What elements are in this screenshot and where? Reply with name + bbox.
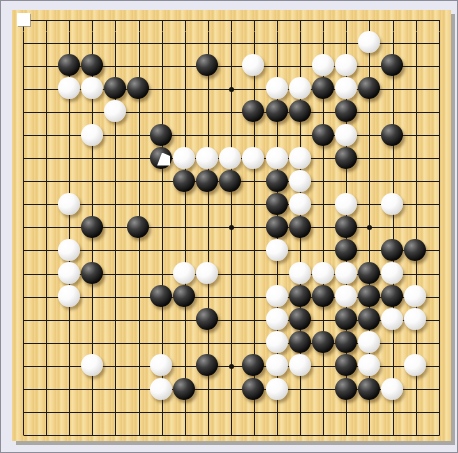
board-cell-D19[interactable]: [81, 10, 104, 32]
board-cell-H1[interactable]: [174, 424, 197, 441]
board-cell-H19[interactable]: [174, 10, 197, 32]
board-cell-Q6[interactable]: [358, 309, 381, 332]
board-cell-L12[interactable]: [243, 170, 266, 193]
board-cell-D4[interactable]: [81, 355, 104, 378]
board-cell-G8[interactable]: [151, 263, 174, 286]
board-cell-F4[interactable]: [127, 355, 150, 378]
board-cell-T5[interactable]: [428, 332, 451, 355]
board-cell-T4[interactable]: [428, 355, 451, 378]
board-cell-K6[interactable]: [220, 309, 243, 332]
board-cell-E1[interactable]: [104, 424, 127, 441]
board-cell-L7[interactable]: [243, 286, 266, 309]
board-cell-K13[interactable]: [220, 147, 243, 170]
board-cell-K7[interactable]: [220, 286, 243, 309]
board-cell-A4[interactable]: [12, 355, 35, 378]
board-cell-M14[interactable]: [266, 124, 289, 147]
board-cell-F3[interactable]: [127, 378, 150, 401]
board-cell-K2[interactable]: [220, 401, 243, 424]
board-cell-P9[interactable]: [335, 239, 358, 262]
board-cell-Q5[interactable]: [358, 332, 381, 355]
board-cell-G19[interactable]: [151, 10, 174, 32]
board-cell-S18[interactable]: [405, 32, 428, 55]
board-cell-P8[interactable]: [335, 263, 358, 286]
board-cell-N13[interactable]: [289, 147, 312, 170]
board-cell-D11[interactable]: [81, 193, 104, 216]
board-cell-F18[interactable]: [127, 32, 150, 55]
board-cell-S13[interactable]: [405, 147, 428, 170]
board-cell-P2[interactable]: [335, 401, 358, 424]
board-cell-C12[interactable]: [58, 170, 81, 193]
board-cell-L4[interactable]: [243, 355, 266, 378]
board-cell-F14[interactable]: [127, 124, 150, 147]
board-cell-K8[interactable]: [220, 263, 243, 286]
board-cell-K11[interactable]: [220, 193, 243, 216]
board-cell-Q14[interactable]: [358, 124, 381, 147]
board-cell-L8[interactable]: [243, 263, 266, 286]
board-cell-M4[interactable]: [266, 355, 289, 378]
board-cell-G7[interactable]: [151, 286, 174, 309]
board-cell-R9[interactable]: [382, 239, 405, 262]
board-cell-A13[interactable]: [12, 147, 35, 170]
board-cell-S12[interactable]: [405, 170, 428, 193]
board-cell-D3[interactable]: [81, 378, 104, 401]
board-cell-J3[interactable]: [197, 378, 220, 401]
board-cell-D13[interactable]: [81, 147, 104, 170]
board-cell-P10[interactable]: [335, 216, 358, 239]
board-cell-O10[interactable]: [312, 216, 335, 239]
board-cell-T17[interactable]: [428, 55, 451, 78]
board-cell-T16[interactable]: [428, 78, 451, 101]
board-cell-C4[interactable]: [58, 355, 81, 378]
board-cell-H18[interactable]: [174, 32, 197, 55]
board-cell-F9[interactable]: [127, 239, 150, 262]
board-cell-R13[interactable]: [382, 147, 405, 170]
board-cell-Q10[interactable]: [358, 216, 381, 239]
board-cell-G15[interactable]: [151, 101, 174, 124]
board-cell-G17[interactable]: [151, 55, 174, 78]
board-cell-K12[interactable]: [220, 170, 243, 193]
board-cell-E2[interactable]: [104, 401, 127, 424]
board-cell-M6[interactable]: [266, 309, 289, 332]
board-cell-R11[interactable]: [382, 193, 405, 216]
board-cell-L18[interactable]: [243, 32, 266, 55]
board-cell-P19[interactable]: [335, 10, 358, 32]
board-cell-R16[interactable]: [382, 78, 405, 101]
board-cell-S11[interactable]: [405, 193, 428, 216]
board-cell-H2[interactable]: [174, 401, 197, 424]
board-cell-E17[interactable]: [104, 55, 127, 78]
board-cell-Q7[interactable]: [358, 286, 381, 309]
board-cell-T9[interactable]: [428, 239, 451, 262]
board-cell-J13[interactable]: [197, 147, 220, 170]
board-cell-M3[interactable]: [266, 378, 289, 401]
board-cell-K17[interactable]: [220, 55, 243, 78]
board-cell-H7[interactable]: [174, 286, 197, 309]
board-cell-Q13[interactable]: [358, 147, 381, 170]
board-cell-T12[interactable]: [428, 170, 451, 193]
board-cell-R3[interactable]: [382, 378, 405, 401]
board-cell-N7[interactable]: [289, 286, 312, 309]
board-cell-D18[interactable]: [81, 32, 104, 55]
board-cell-E10[interactable]: [104, 216, 127, 239]
board-cell-C2[interactable]: [58, 401, 81, 424]
board-cell-D5[interactable]: [81, 332, 104, 355]
board-cell-A12[interactable]: [12, 170, 35, 193]
board-cell-S6[interactable]: [405, 309, 428, 332]
board-cell-A6[interactable]: [12, 309, 35, 332]
board-cell-J1[interactable]: [197, 424, 220, 441]
board-cell-N18[interactable]: [289, 32, 312, 55]
board-cell-O17[interactable]: [312, 55, 335, 78]
board-cell-D7[interactable]: [81, 286, 104, 309]
board-cell-O3[interactable]: [312, 378, 335, 401]
board-cell-O14[interactable]: [312, 124, 335, 147]
board-cell-E7[interactable]: [104, 286, 127, 309]
board-cell-C5[interactable]: [58, 332, 81, 355]
board-cell-Q4[interactable]: [358, 355, 381, 378]
board-cell-G10[interactable]: [151, 216, 174, 239]
board-cell-M1[interactable]: [266, 424, 289, 441]
board-cell-L1[interactable]: [243, 424, 266, 441]
board-cell-C14[interactable]: [58, 124, 81, 147]
board-cell-A19[interactable]: [12, 10, 35, 32]
board-cell-N9[interactable]: [289, 239, 312, 262]
board-cell-O5[interactable]: [312, 332, 335, 355]
board-cell-A2[interactable]: [12, 401, 35, 424]
board-cell-P17[interactable]: [335, 55, 358, 78]
board-cell-E4[interactable]: [104, 355, 127, 378]
board-cell-N19[interactable]: [289, 10, 312, 32]
board-cell-G5[interactable]: [151, 332, 174, 355]
board-cell-D12[interactable]: [81, 170, 104, 193]
board-cell-O16[interactable]: [312, 78, 335, 101]
board-cell-K15[interactable]: [220, 101, 243, 124]
board-cell-G3[interactable]: [151, 378, 174, 401]
board-cell-N5[interactable]: [289, 332, 312, 355]
board-cell-P14[interactable]: [335, 124, 358, 147]
board-cell-L9[interactable]: [243, 239, 266, 262]
board-cell-D16[interactable]: [81, 78, 104, 101]
board-cell-D8[interactable]: [81, 263, 104, 286]
board-cell-R18[interactable]: [382, 32, 405, 55]
board-cell-H16[interactable]: [174, 78, 197, 101]
board-cell-O8[interactable]: [312, 263, 335, 286]
board-cell-B12[interactable]: [35, 170, 58, 193]
board-cell-N8[interactable]: [289, 263, 312, 286]
board-cell-N1[interactable]: [289, 424, 312, 441]
board-cell-N15[interactable]: [289, 101, 312, 124]
board-cell-K18[interactable]: [220, 32, 243, 55]
board-cell-G12[interactable]: [151, 170, 174, 193]
board-cell-Q19[interactable]: [358, 10, 381, 32]
board-cell-J18[interactable]: [197, 32, 220, 55]
board-cell-K1[interactable]: [220, 424, 243, 441]
board-cell-J19[interactable]: [197, 10, 220, 32]
board-cell-O19[interactable]: [312, 10, 335, 32]
board-cell-H6[interactable]: [174, 309, 197, 332]
board-cell-C11[interactable]: [58, 193, 81, 216]
board-cell-B18[interactable]: [35, 32, 58, 55]
board-cell-O2[interactable]: [312, 401, 335, 424]
board-cell-D6[interactable]: [81, 309, 104, 332]
board-cell-N3[interactable]: [289, 378, 312, 401]
board-cell-J8[interactable]: [197, 263, 220, 286]
board-cell-R12[interactable]: [382, 170, 405, 193]
board-cell-A14[interactable]: [12, 124, 35, 147]
board-cell-T6[interactable]: [428, 309, 451, 332]
board-cell-K16[interactable]: [220, 78, 243, 101]
board-cell-M13[interactable]: [266, 147, 289, 170]
board-cell-J11[interactable]: [197, 193, 220, 216]
board-cell-S9[interactable]: [405, 239, 428, 262]
board-cell-Q11[interactable]: [358, 193, 381, 216]
board-cell-L6[interactable]: [243, 309, 266, 332]
board-cell-P15[interactable]: [335, 101, 358, 124]
board-cell-H17[interactable]: [174, 55, 197, 78]
board-cell-B13[interactable]: [35, 147, 58, 170]
board-cell-F13[interactable]: [127, 147, 150, 170]
board-cell-C19[interactable]: [58, 10, 81, 32]
board-cell-L3[interactable]: [243, 378, 266, 401]
board-cell-M7[interactable]: [266, 286, 289, 309]
board-cell-C6[interactable]: [58, 309, 81, 332]
board-cell-F16[interactable]: [127, 78, 150, 101]
board-cell-O9[interactable]: [312, 239, 335, 262]
board-cell-R15[interactable]: [382, 101, 405, 124]
board-cell-C13[interactable]: [58, 147, 81, 170]
board-cell-P6[interactable]: [335, 309, 358, 332]
board-cell-A16[interactable]: [12, 78, 35, 101]
board-cell-S4[interactable]: [405, 355, 428, 378]
board-cell-Q16[interactable]: [358, 78, 381, 101]
board-cell-C9[interactable]: [58, 239, 81, 262]
board-cell-E13[interactable]: [104, 147, 127, 170]
board-cell-S14[interactable]: [405, 124, 428, 147]
board-cell-K19[interactable]: [220, 10, 243, 32]
board-cell-J14[interactable]: [197, 124, 220, 147]
board-cell-G14[interactable]: [151, 124, 174, 147]
board-cell-Q3[interactable]: [358, 378, 381, 401]
board-cell-S1[interactable]: [405, 424, 428, 441]
board-cell-C18[interactable]: [58, 32, 81, 55]
board-cell-T3[interactable]: [428, 378, 451, 401]
board-cell-Q1[interactable]: [358, 424, 381, 441]
board-cell-M9[interactable]: [266, 239, 289, 262]
board-cell-B19[interactable]: [35, 10, 58, 32]
board-cell-F5[interactable]: [127, 332, 150, 355]
board-cell-N4[interactable]: [289, 355, 312, 378]
board-cell-O6[interactable]: [312, 309, 335, 332]
board-cell-P3[interactable]: [335, 378, 358, 401]
board-cell-F11[interactable]: [127, 193, 150, 216]
board-cell-O15[interactable]: [312, 101, 335, 124]
board-cell-B14[interactable]: [35, 124, 58, 147]
board-cell-C3[interactable]: [58, 378, 81, 401]
board-cell-N6[interactable]: [289, 309, 312, 332]
board-cell-H12[interactable]: [174, 170, 197, 193]
board-cell-Q17[interactable]: [358, 55, 381, 78]
board-cell-B5[interactable]: [35, 332, 58, 355]
board-cell-R8[interactable]: [382, 263, 405, 286]
board-cell-K9[interactable]: [220, 239, 243, 262]
board-cell-M10[interactable]: [266, 216, 289, 239]
board-cell-R5[interactable]: [382, 332, 405, 355]
board-cell-L13[interactable]: [243, 147, 266, 170]
board-cell-H9[interactable]: [174, 239, 197, 262]
board-cell-N12[interactable]: [289, 170, 312, 193]
board-cell-R2[interactable]: [382, 401, 405, 424]
board-cell-H13[interactable]: [174, 147, 197, 170]
board-cell-E9[interactable]: [104, 239, 127, 262]
board-cell-J4[interactable]: [197, 355, 220, 378]
board-cell-P13[interactable]: [335, 147, 358, 170]
board-cell-J17[interactable]: [197, 55, 220, 78]
board-cell-S19[interactable]: [405, 10, 428, 32]
board-cell-K4[interactable]: [220, 355, 243, 378]
board-cell-E5[interactable]: [104, 332, 127, 355]
board-cell-E6[interactable]: [104, 309, 127, 332]
board-cell-S3[interactable]: [405, 378, 428, 401]
board-cell-C10[interactable]: [58, 216, 81, 239]
board-cell-J7[interactable]: [197, 286, 220, 309]
board-cell-M17[interactable]: [266, 55, 289, 78]
board-cell-J5[interactable]: [197, 332, 220, 355]
board-cell-G11[interactable]: [151, 193, 174, 216]
board-cell-M18[interactable]: [266, 32, 289, 55]
board-cell-R6[interactable]: [382, 309, 405, 332]
board-cell-B17[interactable]: [35, 55, 58, 78]
board-cell-C1[interactable]: [58, 424, 81, 441]
board-cell-M8[interactable]: [266, 263, 289, 286]
board-cell-G16[interactable]: [151, 78, 174, 101]
board-cell-O7[interactable]: [312, 286, 335, 309]
board-cell-C8[interactable]: [58, 263, 81, 286]
board-cell-G2[interactable]: [151, 401, 174, 424]
board-cell-L10[interactable]: [243, 216, 266, 239]
board-cell-T2[interactable]: [428, 401, 451, 424]
board-cell-M5[interactable]: [266, 332, 289, 355]
board-cell-L14[interactable]: [243, 124, 266, 147]
board-cell-E18[interactable]: [104, 32, 127, 55]
board-cell-D1[interactable]: [81, 424, 104, 441]
board-cell-J16[interactable]: [197, 78, 220, 101]
board-cell-N17[interactable]: [289, 55, 312, 78]
board-cell-P5[interactable]: [335, 332, 358, 355]
board-cell-N11[interactable]: [289, 193, 312, 216]
board-cell-J10[interactable]: [197, 216, 220, 239]
board-cell-S2[interactable]: [405, 401, 428, 424]
board-cell-Q15[interactable]: [358, 101, 381, 124]
board-cell-A18[interactable]: [12, 32, 35, 55]
board-cell-B2[interactable]: [35, 401, 58, 424]
board-cell-T10[interactable]: [428, 216, 451, 239]
board-cell-B11[interactable]: [35, 193, 58, 216]
board-cell-H14[interactable]: [174, 124, 197, 147]
board-cell-Q2[interactable]: [358, 401, 381, 424]
board-cell-B4[interactable]: [35, 355, 58, 378]
board-cell-M15[interactable]: [266, 101, 289, 124]
board-cell-H4[interactable]: [174, 355, 197, 378]
board-cell-H10[interactable]: [174, 216, 197, 239]
board-cell-E14[interactable]: [104, 124, 127, 147]
board-cell-B16[interactable]: [35, 78, 58, 101]
board-cell-B8[interactable]: [35, 263, 58, 286]
board-cell-S5[interactable]: [405, 332, 428, 355]
board-cell-D14[interactable]: [81, 124, 104, 147]
board-cell-E8[interactable]: [104, 263, 127, 286]
board-cell-B15[interactable]: [35, 101, 58, 124]
board-cell-H3[interactable]: [174, 378, 197, 401]
board-cell-O1[interactable]: [312, 424, 335, 441]
board-cell-O13[interactable]: [312, 147, 335, 170]
board-cell-S7[interactable]: [405, 286, 428, 309]
board-cell-C17[interactable]: [58, 55, 81, 78]
board-cell-T8[interactable]: [428, 263, 451, 286]
board-cell-T11[interactable]: [428, 193, 451, 216]
board-cell-M2[interactable]: [266, 401, 289, 424]
board-cell-E11[interactable]: [104, 193, 127, 216]
board-cell-C16[interactable]: [58, 78, 81, 101]
board-cell-J6[interactable]: [197, 309, 220, 332]
board-cell-M11[interactable]: [266, 193, 289, 216]
board-cell-H11[interactable]: [174, 193, 197, 216]
board-cell-A5[interactable]: [12, 332, 35, 355]
board-cell-K10[interactable]: [220, 216, 243, 239]
board-cell-R19[interactable]: [382, 10, 405, 32]
board-cell-Q18[interactable]: [358, 32, 381, 55]
board-cell-J2[interactable]: [197, 401, 220, 424]
board-cell-L16[interactable]: [243, 78, 266, 101]
board-cell-J12[interactable]: [197, 170, 220, 193]
board-cell-P1[interactable]: [335, 424, 358, 441]
board-cell-E19[interactable]: [104, 10, 127, 32]
board-cell-B7[interactable]: [35, 286, 58, 309]
board-cell-T14[interactable]: [428, 124, 451, 147]
board-cell-O4[interactable]: [312, 355, 335, 378]
board-cell-O12[interactable]: [312, 170, 335, 193]
board-cell-D17[interactable]: [81, 55, 104, 78]
board-cell-P11[interactable]: [335, 193, 358, 216]
board-cell-L17[interactable]: [243, 55, 266, 78]
board-cell-H5[interactable]: [174, 332, 197, 355]
board-cell-G4[interactable]: [151, 355, 174, 378]
board-cell-E16[interactable]: [104, 78, 127, 101]
board-cell-T19[interactable]: [428, 10, 451, 32]
board-cell-J15[interactable]: [197, 101, 220, 124]
board-cell-F7[interactable]: [127, 286, 150, 309]
board-cell-L15[interactable]: [243, 101, 266, 124]
board-cell-G9[interactable]: [151, 239, 174, 262]
board-cell-F8[interactable]: [127, 263, 150, 286]
board-cell-A11[interactable]: [12, 193, 35, 216]
board-cell-A3[interactable]: [12, 378, 35, 401]
board-cell-R7[interactable]: [382, 286, 405, 309]
board-cell-N14[interactable]: [289, 124, 312, 147]
board-cell-N16[interactable]: [289, 78, 312, 101]
board-cell-E12[interactable]: [104, 170, 127, 193]
board-cell-A15[interactable]: [12, 101, 35, 124]
board-cell-R4[interactable]: [382, 355, 405, 378]
board-cell-P7[interactable]: [335, 286, 358, 309]
board-cell-F12[interactable]: [127, 170, 150, 193]
board-cell-B1[interactable]: [35, 424, 58, 441]
board-cell-F1[interactable]: [127, 424, 150, 441]
board-cell-Q12[interactable]: [358, 170, 381, 193]
board-cell-S10[interactable]: [405, 216, 428, 239]
board-cell-K5[interactable]: [220, 332, 243, 355]
board-cell-G18[interactable]: [151, 32, 174, 55]
board-cell-C7[interactable]: [58, 286, 81, 309]
